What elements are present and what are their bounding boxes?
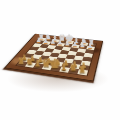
piece-white-rook: ♜	[73, 65, 92, 74]
chess-set-photo: ♜♞♝♛♚♝♞♜♟♟♟♟♟♟♟♟♟♟♟♟♟♟♟♟♜♞♝♛♚♝♞♜	[0, 0, 120, 120]
square-h5[interactable]	[84, 53, 93, 58]
square-h6[interactable]	[85, 49, 94, 53]
board-grid: ♜♞♝♛♚♝♞♜♟♟♟♟♟♟♟♟♟♟♟♟♟♟♟♟♜♞♝♛♚♝♞♜	[15, 37, 97, 76]
square-e5[interactable]	[60, 50, 70, 55]
square-f5[interactable]	[68, 51, 78, 56]
scene: ♜♞♝♛♚♝♞♜♟♟♟♟♟♟♟♟♟♟♟♟♟♟♟♟♜♞♝♛♚♝♞♜	[0, 0, 120, 120]
chess-board: ♜♞♝♛♚♝♞♜♟♟♟♟♟♟♟♟♟♟♟♟♟♟♟♟♜♞♝♛♚♝♞♜	[4, 34, 103, 82]
piece-black-pawn: ♟	[82, 43, 98, 49]
square-h1[interactable]: ♜	[77, 69, 88, 75]
board-frame: ♜♞♝♛♚♝♞♜♟♟♟♟♟♟♟♟♟♟♟♟♟♟♟♟♜♞♝♛♚♝♞♜	[4, 34, 103, 82]
